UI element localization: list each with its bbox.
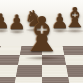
chess-photo-scene: ♟♟♞♝♟♝ xyxy=(0,0,83,83)
pieces-layer: ♟♟♞♝♟♝ xyxy=(0,0,83,83)
piece-bishop: ♝ xyxy=(63,4,83,31)
bishop-glyph: ♝ xyxy=(63,4,83,31)
